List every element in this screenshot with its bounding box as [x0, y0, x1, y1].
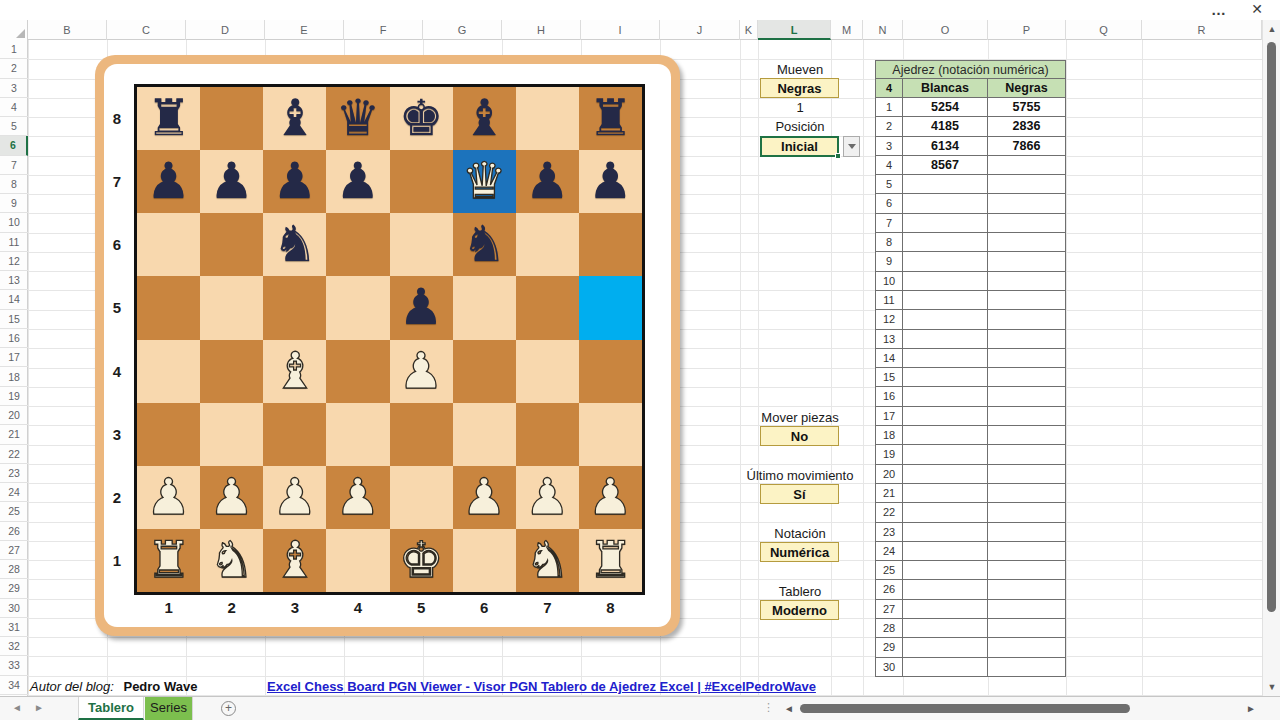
moves-table-row-9: 9 [875, 252, 1066, 271]
white-move-cell-22[interactable] [903, 503, 988, 522]
square-f1[interactable] [453, 529, 516, 592]
square-f5[interactable] [453, 276, 516, 339]
move-number-cell-3[interactable]: 3 [875, 137, 903, 156]
white-move-cell-5[interactable] [903, 175, 988, 194]
square-e7[interactable] [390, 150, 453, 213]
move-number-cell-25[interactable]: 25 [875, 561, 903, 580]
moves-table-black-header[interactable]: Negras [988, 79, 1066, 98]
row-header-26[interactable]: 26 [0, 522, 28, 541]
row-header-23[interactable]: 23 [0, 464, 28, 483]
black-move-cell-7[interactable] [988, 214, 1066, 233]
select-all-corner[interactable] [0, 20, 28, 40]
moves-table-row-14: 14 [875, 349, 1066, 368]
column-header-K[interactable]: K [740, 20, 758, 40]
white-move-cell-12[interactable] [903, 310, 988, 329]
tablero-label: Tablero [750, 583, 850, 601]
white-move-cell-17[interactable] [903, 407, 988, 426]
cell-fill-handle[interactable] [835, 153, 841, 159]
chevron-down-icon [848, 144, 856, 149]
square-e5[interactable]: ♟ [390, 276, 453, 339]
black-move-cell-18[interactable] [988, 426, 1066, 445]
row-header-27[interactable]: 27 [0, 541, 28, 560]
row-header-1[interactable]: 1 [0, 40, 28, 59]
column-header-R[interactable]: R [1142, 20, 1262, 40]
square-b8[interactable] [200, 87, 263, 150]
square-f4[interactable] [453, 340, 516, 403]
row-header-19[interactable]: 19 [0, 387, 28, 406]
black-move-cell-21[interactable] [988, 484, 1066, 503]
moves-table-row-16: 16 [875, 387, 1066, 406]
white-move-cell-14[interactable] [903, 349, 988, 368]
posicion-dropdown-button[interactable] [843, 136, 860, 157]
white-move-cell-30[interactable] [903, 658, 988, 677]
column-header-O[interactable]: O [903, 20, 988, 40]
square-b3[interactable] [200, 403, 263, 466]
square-b7[interactable]: ♟ [200, 150, 263, 213]
moves-table-row-6: 6 [875, 194, 1066, 213]
row-header-21[interactable]: 21 [0, 425, 28, 444]
column-header-E[interactable]: E [265, 20, 344, 40]
square-c5[interactable] [263, 276, 326, 339]
square-c4[interactable]: ♝ [263, 340, 326, 403]
black-move-cell-14[interactable] [988, 349, 1066, 368]
square-f8[interactable]: ♝ [453, 87, 516, 150]
row-header-30[interactable]: 30 [0, 599, 28, 618]
piece-black-bishop: ♝ [462, 87, 507, 150]
square-b6[interactable] [200, 213, 263, 276]
rank-label-8: 8 [102, 87, 132, 150]
square-b5[interactable] [200, 276, 263, 339]
black-move-cell-11[interactable] [988, 291, 1066, 310]
row-header-15[interactable]: 15 [0, 310, 28, 329]
move-number-cell-22[interactable]: 22 [875, 503, 903, 522]
move-number-cell-19[interactable]: 19 [875, 445, 903, 464]
tab-splitter-handle[interactable]: ⋮ [763, 701, 774, 714]
square-e6[interactable] [390, 213, 453, 276]
piece-white-queen: ♛ [462, 150, 507, 213]
move-number-cell-12[interactable]: 12 [875, 310, 903, 329]
square-d3[interactable] [326, 403, 389, 466]
black-move-cell-29[interactable] [988, 638, 1066, 657]
black-move-cell-13[interactable] [988, 330, 1066, 349]
row-header-10[interactable]: 10 [0, 213, 28, 232]
sheet-nav-right-icon[interactable]: ► [34, 702, 44, 713]
white-move-cell-16[interactable] [903, 387, 988, 406]
square-h8[interactable]: ♜ [579, 87, 642, 150]
row-header-34[interactable]: 34 [0, 676, 28, 695]
add-sheet-button[interactable]: + [221, 701, 236, 716]
piece-black-knight: ♞ [462, 213, 507, 276]
square-h5[interactable] [579, 276, 642, 339]
square-g8[interactable] [516, 87, 579, 150]
square-a4[interactable] [137, 340, 200, 403]
square-g1[interactable]: ♞ [516, 529, 579, 592]
posicion-value-cell[interactable]: Inicial [760, 136, 839, 157]
square-c2[interactable]: ♟ [263, 466, 326, 529]
vscroll-down-icon[interactable]: ▼ [1263, 682, 1280, 692]
author-line: Autor del blog: Pedro Wave [30, 677, 197, 696]
black-move-cell-3[interactable]: 7866 [988, 137, 1066, 156]
moves-table-row-11: 11 [875, 291, 1066, 310]
ellipsis-menu-icon[interactable]: … [1204, 1, 1234, 18]
move-number-cell-26[interactable]: 26 [875, 580, 903, 599]
horizontal-scrollbar-thumb[interactable] [800, 704, 1130, 713]
square-a3[interactable] [137, 403, 200, 466]
row-header-5[interactable]: 5 [0, 117, 28, 136]
row-header-18[interactable]: 18 [0, 368, 28, 387]
square-g2[interactable]: ♟ [516, 466, 579, 529]
move-number-cell-1[interactable]: 1 [875, 98, 903, 117]
vscroll-up-icon[interactable]: ▲ [1263, 24, 1280, 34]
notacion-label: Notación [750, 525, 850, 543]
move-number-cell-9[interactable]: 9 [875, 252, 903, 271]
mueven-value-cell[interactable]: Negras [760, 78, 839, 98]
vertical-scrollbar: ▲ ▼ [1262, 20, 1280, 696]
white-move-cell-13[interactable] [903, 330, 988, 349]
black-move-cell-5[interactable] [988, 175, 1066, 194]
row-header-24[interactable]: 24 [0, 483, 28, 502]
square-a8[interactable]: ♜ [137, 87, 200, 150]
white-move-cell-20[interactable] [903, 465, 988, 484]
white-move-cell-23[interactable] [903, 523, 988, 542]
square-c8[interactable]: ♝ [263, 87, 326, 150]
row-header-4[interactable]: 4 [0, 98, 28, 117]
column-header-M[interactable]: M [831, 20, 863, 40]
black-move-cell-28[interactable] [988, 619, 1066, 638]
black-move-cell-20[interactable] [988, 465, 1066, 484]
moves-table-row-20: 20 [875, 465, 1066, 484]
square-d7[interactable]: ♟ [326, 150, 389, 213]
move-number-cell-23[interactable]: 23 [875, 523, 903, 542]
move-number-cell-14[interactable]: 14 [875, 349, 903, 368]
black-move-cell-12[interactable] [988, 310, 1066, 329]
file-label-1: 1 [137, 598, 200, 618]
moves-table-move-counter[interactable]: 4 [875, 79, 903, 98]
piece-white-pawn: ♟ [462, 466, 507, 529]
white-move-cell-21[interactable] [903, 484, 988, 503]
square-c7[interactable]: ♟ [263, 150, 326, 213]
move-number-cell-15[interactable]: 15 [875, 368, 903, 387]
column-header-J[interactable]: J [660, 20, 740, 40]
black-move-cell-2[interactable]: 2836 [988, 117, 1066, 136]
square-h1[interactable]: ♜ [579, 529, 642, 592]
column-header-D[interactable]: D [186, 20, 265, 40]
black-move-cell-19[interactable] [988, 445, 1066, 464]
white-move-cell-10[interactable] [903, 272, 988, 291]
row-header-6[interactable]: 6 [0, 136, 28, 155]
move-number-cell-18[interactable]: 18 [875, 426, 903, 445]
black-move-cell-23[interactable] [988, 523, 1066, 542]
row-header-22[interactable]: 22 [0, 445, 28, 464]
black-move-cell-25[interactable] [988, 561, 1066, 580]
black-move-cell-24[interactable] [988, 542, 1066, 561]
white-move-cell-11[interactable] [903, 291, 988, 310]
square-b1[interactable]: ♞ [200, 529, 263, 592]
white-move-cell-27[interactable] [903, 600, 988, 619]
square-e8[interactable]: ♚ [390, 87, 453, 150]
hscroll-left-icon[interactable]: ◄ [784, 703, 794, 714]
square-g6[interactable] [516, 213, 579, 276]
square-f6[interactable]: ♞ [453, 213, 516, 276]
black-move-cell-17[interactable] [988, 407, 1066, 426]
column-header-Q[interactable]: Q [1066, 20, 1142, 40]
file-label-3: 3 [263, 598, 326, 618]
hscroll-right-icon[interactable]: ► [1246, 703, 1256, 714]
move-number-cell-10[interactable]: 10 [875, 272, 903, 291]
file-label-4: 4 [326, 598, 389, 618]
row-headers: 1234567891011121314151617181920212223242… [0, 40, 28, 696]
row-header-16[interactable]: 16 [0, 329, 28, 348]
move-number-cell-16[interactable]: 16 [875, 387, 903, 406]
move-number-cell-6[interactable]: 6 [875, 194, 903, 213]
white-move-cell-15[interactable] [903, 368, 988, 387]
white-move-cell-3[interactable]: 6134 [903, 137, 988, 156]
square-d1[interactable] [326, 529, 389, 592]
white-move-cell-19[interactable] [903, 445, 988, 464]
square-g3[interactable] [516, 403, 579, 466]
row-header-11[interactable]: 11 [0, 233, 28, 252]
white-move-cell-9[interactable] [903, 252, 988, 271]
moves-table-row-15: 15 [875, 368, 1066, 387]
ultimo-movimiento-value-cell[interactable]: Sí [760, 484, 839, 504]
square-a1[interactable]: ♜ [137, 529, 200, 592]
moves-table: Ajedrez (notación numérica) 4 Blancas Ne… [875, 60, 1066, 677]
black-move-cell-4[interactable] [988, 156, 1066, 175]
move-number-cell-27[interactable]: 27 [875, 600, 903, 619]
square-a6[interactable] [137, 213, 200, 276]
square-f2[interactable]: ♟ [453, 466, 516, 529]
square-d5[interactable] [326, 276, 389, 339]
notacion-value-cell[interactable]: Numérica [760, 542, 839, 562]
move-number-cell-7[interactable]: 7 [875, 214, 903, 233]
row-header-13[interactable]: 13 [0, 271, 28, 290]
piece-black-pawn: ♟ [146, 150, 191, 213]
white-move-cell-4[interactable]: 8567 [903, 156, 988, 175]
square-f3[interactable] [453, 403, 516, 466]
ultimo-movimiento-label: Último movimiento [722, 467, 878, 485]
piece-white-bishop: ♝ [272, 340, 317, 403]
white-move-cell-6[interactable] [903, 194, 988, 213]
moves-table-row-10: 10 [875, 272, 1066, 291]
move-number-cell-24[interactable]: 24 [875, 542, 903, 561]
black-move-cell-1[interactable]: 5755 [988, 98, 1066, 117]
tab-series[interactable]: Series [145, 697, 193, 720]
piece-white-king: ♚ [399, 529, 444, 592]
square-d2[interactable]: ♟ [326, 466, 389, 529]
moves-table-row-4: 48567 [875, 156, 1066, 175]
square-d6[interactable] [326, 213, 389, 276]
move-number-cell-29[interactable]: 29 [875, 638, 903, 657]
piece-white-pawn: ♟ [209, 466, 254, 529]
column-header-H[interactable]: H [502, 20, 581, 40]
moves-table-row-18: 18 [875, 426, 1066, 445]
black-move-cell-30[interactable] [988, 658, 1066, 677]
white-move-cell-8[interactable] [903, 233, 988, 252]
select-all-triangle-icon [16, 29, 25, 38]
white-move-cell-28[interactable] [903, 619, 988, 638]
square-c3[interactable] [263, 403, 326, 466]
square-h7[interactable]: ♟ [579, 150, 642, 213]
column-header-N[interactable]: N [863, 20, 903, 40]
row-header-2[interactable]: 2 [0, 59, 28, 78]
black-move-cell-15[interactable] [988, 368, 1066, 387]
move-number-cell-21[interactable]: 21 [875, 484, 903, 503]
row-header-25[interactable]: 25 [0, 502, 28, 521]
piece-white-pawn: ♟ [336, 466, 381, 529]
piece-white-pawn: ♟ [588, 466, 633, 529]
column-header-G[interactable]: G [423, 20, 502, 40]
column-header-C[interactable]: C [107, 20, 186, 40]
moves-table-row-26: 26 [875, 580, 1066, 599]
blog-link[interactable]: Excel Chess Board PGN Viewer - Visor PGN… [267, 677, 816, 696]
piece-black-pawn: ♟ [209, 150, 254, 213]
move-number-cell-4[interactable]: 4 [875, 156, 903, 175]
move-number-cell-20[interactable]: 20 [875, 465, 903, 484]
square-a2[interactable]: ♟ [137, 466, 200, 529]
rank-label-5: 5 [102, 276, 132, 339]
square-c1[interactable]: ♝ [263, 529, 326, 592]
moves-table-row-2: 241852836 [875, 117, 1066, 136]
posicion-label: Posición [750, 118, 850, 136]
move-number-cell-28[interactable]: 28 [875, 619, 903, 638]
piece-white-pawn: ♟ [525, 466, 570, 529]
move-number-cell-13[interactable]: 13 [875, 330, 903, 349]
white-move-cell-25[interactable] [903, 561, 988, 580]
square-g5[interactable] [516, 276, 579, 339]
row-header-3[interactable]: 3 [0, 79, 28, 98]
vertical-scrollbar-thumb[interactable] [1267, 42, 1276, 612]
piece-black-pawn: ♟ [525, 150, 570, 213]
sheet-nav-left-icon[interactable]: ◄ [12, 702, 22, 713]
square-d4[interactable] [326, 340, 389, 403]
piece-black-knight: ♞ [272, 213, 317, 276]
author-name: Pedro Wave [123, 679, 197, 694]
row-header-14[interactable]: 14 [0, 290, 28, 309]
piece-white-rook: ♜ [146, 529, 191, 592]
square-h2[interactable]: ♟ [579, 466, 642, 529]
column-header-B[interactable]: B [28, 20, 107, 40]
black-move-cell-22[interactable] [988, 503, 1066, 522]
square-d8[interactable]: ♛ [326, 87, 389, 150]
row-header-32[interactable]: 32 [0, 637, 28, 656]
square-a7[interactable]: ♟ [137, 150, 200, 213]
tablero-value-cell[interactable]: Moderno [760, 600, 839, 620]
mover-piezas-value-cell[interactable]: No [760, 426, 839, 446]
square-h4[interactable] [579, 340, 642, 403]
piece-white-pawn: ♟ [146, 466, 191, 529]
row-header-17[interactable]: 17 [0, 348, 28, 367]
moves-table-row-23: 23 [875, 523, 1066, 542]
column-header-F[interactable]: F [344, 20, 423, 40]
moves-table-row-24: 24 [875, 542, 1066, 561]
rank-label-7: 7 [102, 150, 132, 213]
moves-table-body: 1525457552418528363613478664856756789101… [875, 98, 1066, 677]
piece-white-knight: ♞ [209, 529, 254, 592]
black-move-cell-9[interactable] [988, 252, 1066, 271]
white-move-cell-7[interactable] [903, 214, 988, 233]
row-header-8[interactable]: 8 [0, 175, 28, 194]
piece-black-queen: ♛ [336, 87, 381, 150]
move-number-value: 1 [750, 99, 850, 117]
move-number-cell-30[interactable]: 30 [875, 658, 903, 677]
moves-table-row-12: 12 [875, 310, 1066, 329]
moves-table-white-header[interactable]: Blancas [903, 79, 988, 98]
black-move-cell-26[interactable] [988, 580, 1066, 599]
black-move-cell-27[interactable] [988, 600, 1066, 619]
square-e4[interactable]: ♟ [390, 340, 453, 403]
close-icon[interactable]: ✕ [1244, 1, 1270, 17]
square-b4[interactable] [200, 340, 263, 403]
white-move-cell-26[interactable] [903, 580, 988, 599]
move-number-cell-2[interactable]: 2 [875, 117, 903, 136]
row-header-9[interactable]: 9 [0, 194, 28, 213]
moves-table-row-8: 8 [875, 233, 1066, 252]
black-move-cell-8[interactable] [988, 233, 1066, 252]
mover-piezas-label: Mover piezas [735, 409, 865, 427]
row-header-28[interactable]: 28 [0, 560, 28, 579]
white-move-cell-18[interactable] [903, 426, 988, 445]
tab-tablero[interactable]: Tablero [78, 697, 144, 720]
row-header-33[interactable]: 33 [0, 656, 28, 675]
white-move-cell-29[interactable] [903, 638, 988, 657]
file-label-2: 2 [200, 598, 263, 618]
column-header-P[interactable]: P [988, 20, 1066, 40]
piece-white-pawn: ♟ [399, 340, 444, 403]
black-move-cell-16[interactable] [988, 387, 1066, 406]
square-b2[interactable]: ♟ [200, 466, 263, 529]
move-number-cell-11[interactable]: 11 [875, 291, 903, 310]
moves-table-row-21: 21 [875, 484, 1066, 503]
piece-black-pawn: ♟ [399, 276, 444, 339]
white-move-cell-2[interactable]: 4185 [903, 117, 988, 136]
row-header-29[interactable]: 29 [0, 579, 28, 598]
file-label-5: 5 [390, 598, 453, 618]
square-e3[interactable] [390, 403, 453, 466]
move-number-cell-8[interactable]: 8 [875, 233, 903, 252]
rank-label-6: 6 [102, 213, 132, 276]
black-move-cell-10[interactable] [988, 272, 1066, 291]
white-move-cell-24[interactable] [903, 542, 988, 561]
posicion-value-text: Inicial [781, 139, 818, 154]
moves-table-row-13: 13 [875, 330, 1066, 349]
white-move-cell-1[interactable]: 5254 [903, 98, 988, 117]
excel-window: … ✕ BCDEFGHIJKLMNOPQR 123456789101112131… [0, 0, 1280, 720]
piece-white-pawn: ♟ [272, 466, 317, 529]
piece-black-pawn: ♟ [272, 150, 317, 213]
move-number-cell-17[interactable]: 17 [875, 407, 903, 426]
square-g4[interactable] [516, 340, 579, 403]
moves-table-row-3: 361347866 [875, 137, 1066, 156]
square-h6[interactable] [579, 213, 642, 276]
move-number-cell-5[interactable]: 5 [875, 175, 903, 194]
square-c6[interactable]: ♞ [263, 213, 326, 276]
file-label-6: 6 [453, 598, 516, 618]
column-header-L[interactable]: L [758, 20, 831, 40]
square-f7[interactable]: ♛ [453, 150, 516, 213]
row-header-7[interactable]: 7 [0, 156, 28, 175]
black-move-cell-6[interactable] [988, 194, 1066, 213]
square-g7[interactable]: ♟ [516, 150, 579, 213]
piece-black-bishop: ♝ [272, 87, 317, 150]
row-header-12[interactable]: 12 [0, 252, 28, 271]
square-e1[interactable]: ♚ [390, 529, 453, 592]
row-header-31[interactable]: 31 [0, 618, 28, 637]
column-header-I[interactable]: I [581, 20, 660, 40]
square-a5[interactable] [137, 276, 200, 339]
square-e2[interactable] [390, 466, 453, 529]
row-header-20[interactable]: 20 [0, 406, 28, 425]
square-h3[interactable] [579, 403, 642, 466]
